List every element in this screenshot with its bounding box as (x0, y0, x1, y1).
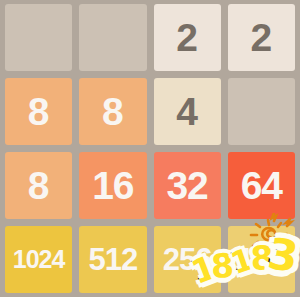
tile-r0c2: 2 (154, 4, 221, 71)
tile-r2c0: 8 (5, 152, 72, 219)
tile-r0c1 (79, 4, 146, 71)
tile-r3c0: 1024 (5, 226, 72, 293)
tile-r0c3: 2 (228, 4, 295, 71)
tile-r3c2: 256 (154, 226, 221, 293)
tile-r3c1: 512 (79, 226, 146, 293)
tile-r1c1: 8 (79, 78, 146, 145)
tile-r1c0: 8 (5, 78, 72, 145)
tile-r3c3: 128 (228, 226, 295, 293)
tile-r2c3: 64 (228, 152, 295, 219)
tile-r1c3 (228, 78, 295, 145)
tile-r2c2: 32 (154, 152, 221, 219)
tile-r0c0 (5, 4, 72, 71)
2048-board[interactable]: 2 2 8 8 4 8 16 32 64 1024 512 256 128 18… (0, 0, 300, 297)
tile-r2c1: 16 (79, 152, 146, 219)
tile-r1c2: 4 (154, 78, 221, 145)
